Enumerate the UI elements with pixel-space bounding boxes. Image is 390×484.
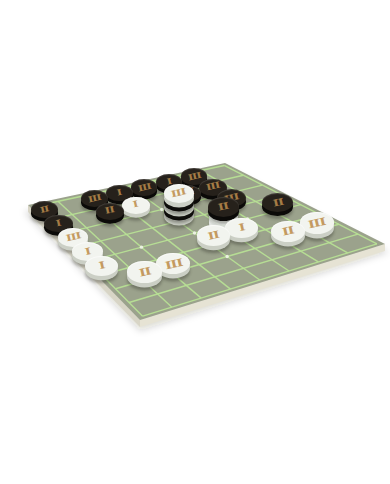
star-point-dot (140, 245, 143, 248)
disc-numeral: III (307, 216, 326, 230)
white-disc[interactable]: II (127, 261, 161, 282)
disc-numeral: III (87, 193, 101, 204)
disc-numeral: I (238, 222, 246, 233)
disc-numeral: I (133, 201, 139, 210)
disc-numeral: III (137, 182, 151, 193)
black-disc[interactable]: III (131, 179, 158, 196)
disc-numeral: II (281, 225, 294, 238)
disc-tower[interactable]: III (164, 184, 194, 229)
black-disc[interactable]: II (262, 193, 293, 212)
disc-numeral: II (272, 196, 284, 207)
product-photo-scene: IIIIIIIIIIIIIIIIIIIIIIIIIIIIIIIIIIIIIIII… (0, 0, 390, 484)
white-disc[interactable]: II (197, 225, 230, 245)
disc-numeral: II (207, 229, 220, 241)
white-tower-layer: III (164, 184, 194, 202)
disc-numeral: III (205, 182, 220, 193)
white-disc[interactable]: I (85, 256, 118, 276)
black-disc: II (208, 197, 239, 216)
disc-numeral: III (65, 232, 81, 244)
disc-numeral: III (187, 171, 201, 182)
disc-numeral: II (105, 206, 116, 216)
white-disc[interactable]: I (122, 197, 150, 214)
black-disc[interactable]: II (96, 203, 124, 220)
disc-numeral: II (138, 266, 151, 279)
disc-numeral: III (171, 188, 187, 200)
disc-numeral: II (217, 201, 229, 212)
white-disc[interactable]: I (225, 218, 258, 238)
disc-numeral: I (55, 219, 61, 228)
star-point-dot (225, 255, 228, 258)
white-disc[interactable]: II (271, 221, 305, 242)
game-board (0, 0, 390, 484)
disc-numeral: II (39, 204, 49, 214)
star-point-dot (193, 231, 196, 234)
disc-numeral: III (164, 257, 183, 271)
disc-numeral: I (116, 188, 122, 197)
star-point-dot (110, 220, 113, 223)
disc-numeral: I (98, 260, 106, 271)
disc-numeral: I (84, 247, 91, 257)
